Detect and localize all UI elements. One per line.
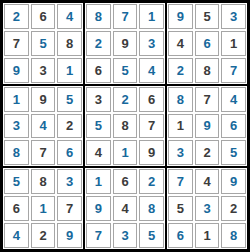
sudoku-cell-r3c8[interactable]: 8 xyxy=(195,58,220,83)
sudoku-cell-r6c5[interactable]: 1 xyxy=(113,140,138,165)
sudoku-cell-r6c6[interactable]: 9 xyxy=(139,140,164,165)
sudoku-cell-r5c5[interactable]: 8 xyxy=(113,114,138,139)
sudoku-cell-r8c9[interactable]: 2 xyxy=(221,196,246,221)
sudoku-cell-r9c3[interactable]: 9 xyxy=(57,223,82,248)
sudoku-box-r3c3: 749532618 xyxy=(166,167,248,250)
sudoku-cell-r6c7[interactable]: 3 xyxy=(168,140,193,165)
sudoku-cell-r4c1[interactable]: 1 xyxy=(4,87,29,112)
sudoku-cell-r4c2[interactable]: 9 xyxy=(31,87,56,112)
sudoku-cell-r1c4[interactable]: 8 xyxy=(86,4,111,29)
sudoku-cell-r2c3[interactable]: 8 xyxy=(57,31,82,56)
sudoku-cell-r8c2[interactable]: 1 xyxy=(31,196,56,221)
sudoku-box-r1c3: 953461287 xyxy=(166,2,248,85)
sudoku-cell-r3c9[interactable]: 7 xyxy=(221,58,246,83)
sudoku-cell-r6c3[interactable]: 6 xyxy=(57,140,82,165)
sudoku-cell-r6c4[interactable]: 4 xyxy=(86,140,111,165)
sudoku-cell-r4c9[interactable]: 4 xyxy=(221,87,246,112)
sudoku-cell-r9c4[interactable]: 7 xyxy=(86,223,111,248)
sudoku-cell-r6c2[interactable]: 7 xyxy=(31,140,56,165)
sudoku-cell-r8c8[interactable]: 3 xyxy=(195,196,220,221)
sudoku-cell-r9c8[interactable]: 1 xyxy=(195,223,220,248)
sudoku-cell-r4c8[interactable]: 7 xyxy=(195,87,220,112)
sudoku-cell-r2c7[interactable]: 4 xyxy=(168,31,193,56)
sudoku-cell-r3c1[interactable]: 9 xyxy=(4,58,29,83)
sudoku-box-r3c2: 162948735 xyxy=(84,167,166,250)
sudoku-cell-r5c1[interactable]: 3 xyxy=(4,114,29,139)
sudoku-cell-r9c5[interactable]: 3 xyxy=(113,223,138,248)
sudoku-cell-r7c2[interactable]: 8 xyxy=(31,169,56,194)
sudoku-box-r2c1: 195342876 xyxy=(2,85,84,168)
sudoku-cell-r9c2[interactable]: 2 xyxy=(31,223,56,248)
sudoku-cell-r7c6[interactable]: 2 xyxy=(139,169,164,194)
sudoku-board: 2647589318712936549534612871953428763265… xyxy=(0,0,250,252)
sudoku-cell-r7c9[interactable]: 9 xyxy=(221,169,246,194)
sudoku-cell-r1c6[interactable]: 1 xyxy=(139,4,164,29)
sudoku-box-r2c3: 874196325 xyxy=(166,85,248,168)
sudoku-box-r1c1: 264758931 xyxy=(2,2,84,85)
sudoku-cell-r1c7[interactable]: 9 xyxy=(168,4,193,29)
sudoku-cell-r6c1[interactable]: 8 xyxy=(4,140,29,165)
sudoku-box-r3c1: 583617429 xyxy=(2,167,84,250)
sudoku-cell-r7c3[interactable]: 3 xyxy=(57,169,82,194)
sudoku-cell-r7c5[interactable]: 6 xyxy=(113,169,138,194)
sudoku-cell-r2c4[interactable]: 2 xyxy=(86,31,111,56)
sudoku-cell-r8c7[interactable]: 5 xyxy=(168,196,193,221)
sudoku-cell-r5c8[interactable]: 9 xyxy=(195,114,220,139)
sudoku-cell-r2c1[interactable]: 7 xyxy=(4,31,29,56)
sudoku-cell-r5c4[interactable]: 5 xyxy=(86,114,111,139)
sudoku-cell-r2c5[interactable]: 9 xyxy=(113,31,138,56)
sudoku-cell-r3c3[interactable]: 1 xyxy=(57,58,82,83)
sudoku-cell-r3c6[interactable]: 4 xyxy=(139,58,164,83)
sudoku-cell-r1c5[interactable]: 7 xyxy=(113,4,138,29)
sudoku-cell-r1c1[interactable]: 2 xyxy=(4,4,29,29)
sudoku-cell-r8c4[interactable]: 9 xyxy=(86,196,111,221)
sudoku-cell-r1c3[interactable]: 4 xyxy=(57,4,82,29)
sudoku-cell-r6c8[interactable]: 2 xyxy=(195,140,220,165)
sudoku-cell-r9c9[interactable]: 8 xyxy=(221,223,246,248)
sudoku-cell-r4c4[interactable]: 3 xyxy=(86,87,111,112)
sudoku-cell-r1c8[interactable]: 5 xyxy=(195,4,220,29)
sudoku-cell-r8c1[interactable]: 6 xyxy=(4,196,29,221)
sudoku-cell-r5c9[interactable]: 6 xyxy=(221,114,246,139)
sudoku-cell-r8c5[interactable]: 4 xyxy=(113,196,138,221)
sudoku-cell-r3c7[interactable]: 2 xyxy=(168,58,193,83)
sudoku-cell-r2c2[interactable]: 5 xyxy=(31,31,56,56)
sudoku-cell-r4c7[interactable]: 8 xyxy=(168,87,193,112)
sudoku-cell-r6c9[interactable]: 5 xyxy=(221,140,246,165)
sudoku-cell-r5c3[interactable]: 2 xyxy=(57,114,82,139)
sudoku-cell-r2c8[interactable]: 6 xyxy=(195,31,220,56)
sudoku-cell-r1c9[interactable]: 3 xyxy=(221,4,246,29)
sudoku-cell-r7c8[interactable]: 4 xyxy=(195,169,220,194)
sudoku-box-r1c2: 871293654 xyxy=(84,2,166,85)
sudoku-cell-r3c2[interactable]: 3 xyxy=(31,58,56,83)
sudoku-cell-r9c1[interactable]: 4 xyxy=(4,223,29,248)
sudoku-cell-r5c2[interactable]: 4 xyxy=(31,114,56,139)
sudoku-cell-r9c6[interactable]: 5 xyxy=(139,223,164,248)
sudoku-cell-r4c6[interactable]: 6 xyxy=(139,87,164,112)
sudoku-cell-r5c7[interactable]: 1 xyxy=(168,114,193,139)
sudoku-cell-r8c6[interactable]: 8 xyxy=(139,196,164,221)
sudoku-cell-r7c1[interactable]: 5 xyxy=(4,169,29,194)
sudoku-cell-r1c2[interactable]: 6 xyxy=(31,4,56,29)
sudoku-cell-r2c9[interactable]: 1 xyxy=(221,31,246,56)
sudoku-cell-r3c5[interactable]: 5 xyxy=(113,58,138,83)
sudoku-cell-r4c5[interactable]: 2 xyxy=(113,87,138,112)
sudoku-cell-r7c7[interactable]: 7 xyxy=(168,169,193,194)
sudoku-box-r2c2: 326587419 xyxy=(84,85,166,168)
sudoku-cell-r2c6[interactable]: 3 xyxy=(139,31,164,56)
sudoku-cell-r9c7[interactable]: 6 xyxy=(168,223,193,248)
sudoku-cell-r3c4[interactable]: 6 xyxy=(86,58,111,83)
sudoku-cell-r5c6[interactable]: 7 xyxy=(139,114,164,139)
sudoku-cell-r7c4[interactable]: 1 xyxy=(86,169,111,194)
sudoku-cell-r4c3[interactable]: 5 xyxy=(57,87,82,112)
sudoku-cell-r8c3[interactable]: 7 xyxy=(57,196,82,221)
